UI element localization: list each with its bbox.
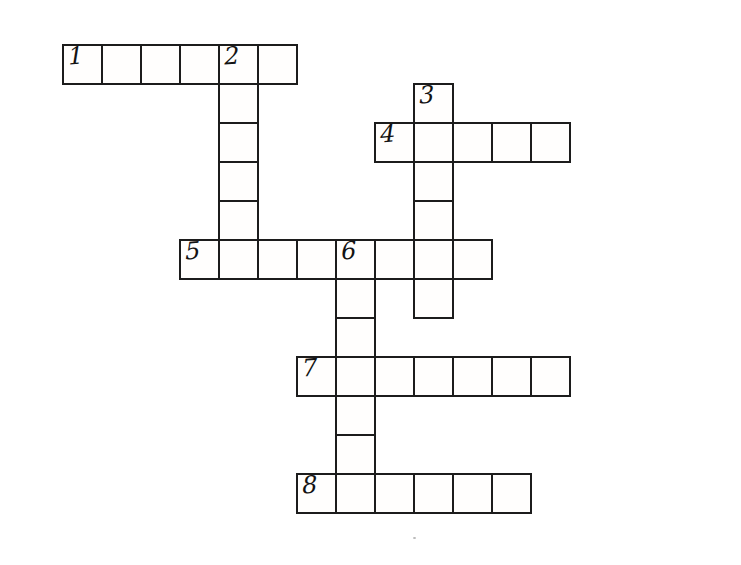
cell-r6c7[interactable] (335, 278, 376, 319)
cell-r8c12[interactable] (530, 356, 571, 397)
cell-r5c7[interactable]: 6 (335, 239, 376, 280)
cell-r5c5[interactable] (257, 239, 298, 280)
cell-r2c12[interactable] (530, 122, 571, 163)
cell-r11c11[interactable] (491, 473, 532, 514)
cell-r11c8[interactable] (374, 473, 415, 514)
cell-r8c7[interactable] (335, 356, 376, 397)
cell-r4c4[interactable] (218, 200, 259, 241)
clue-number-8: 8 (299, 471, 317, 499)
cell-r0c3[interactable] (179, 44, 220, 85)
scan-speck (413, 537, 416, 539)
cell-r2c10[interactable] (452, 122, 493, 163)
cell-r5c8[interactable] (374, 239, 415, 280)
cell-r8c6[interactable]: 7 (296, 356, 337, 397)
cell-r2c9[interactable] (413, 122, 454, 163)
cell-r0c5[interactable] (257, 44, 298, 85)
cell-r5c9[interactable] (413, 239, 454, 280)
clue-number-1: 1 (65, 42, 83, 70)
clue-number-3: 3 (416, 81, 434, 109)
cell-r5c3[interactable]: 5 (179, 239, 220, 280)
cell-r8c9[interactable] (413, 356, 454, 397)
cell-r1c4[interactable] (218, 83, 259, 124)
clue-number-7: 7 (299, 354, 317, 382)
cell-r10c7[interactable] (335, 434, 376, 475)
clue-number-5: 5 (182, 237, 200, 265)
cell-r0c4[interactable]: 2 (218, 44, 259, 85)
cell-r5c10[interactable] (452, 239, 493, 280)
cell-r5c4[interactable] (218, 239, 259, 280)
cell-r9c7[interactable] (335, 395, 376, 436)
cell-r8c8[interactable] (374, 356, 415, 397)
cell-r2c4[interactable] (218, 122, 259, 163)
crossword-board: 12345678 (62, 44, 572, 515)
cell-r0c2[interactable] (140, 44, 181, 85)
cell-r11c10[interactable] (452, 473, 493, 514)
cell-r3c4[interactable] (218, 161, 259, 202)
cell-r8c11[interactable] (491, 356, 532, 397)
cell-r4c9[interactable] (413, 200, 454, 241)
cell-r3c9[interactable] (413, 161, 454, 202)
cell-r11c6[interactable]: 8 (296, 473, 337, 514)
cell-r11c9[interactable] (413, 473, 454, 514)
cell-r1c9[interactable]: 3 (413, 83, 454, 124)
scanned-page: 12345678 (0, 0, 741, 565)
cell-r2c8[interactable]: 4 (374, 122, 415, 163)
cell-r5c6[interactable] (296, 239, 337, 280)
clue-number-4: 4 (377, 120, 395, 148)
cell-r7c7[interactable] (335, 317, 376, 358)
cell-r6c9[interactable] (413, 278, 454, 319)
cell-r8c10[interactable] (452, 356, 493, 397)
cell-r0c0[interactable]: 1 (62, 44, 103, 85)
cell-r11c7[interactable] (335, 473, 376, 514)
clue-number-2: 2 (221, 42, 239, 70)
cell-r2c11[interactable] (491, 122, 532, 163)
cell-r0c1[interactable] (101, 44, 142, 85)
clue-number-6: 6 (338, 237, 356, 265)
